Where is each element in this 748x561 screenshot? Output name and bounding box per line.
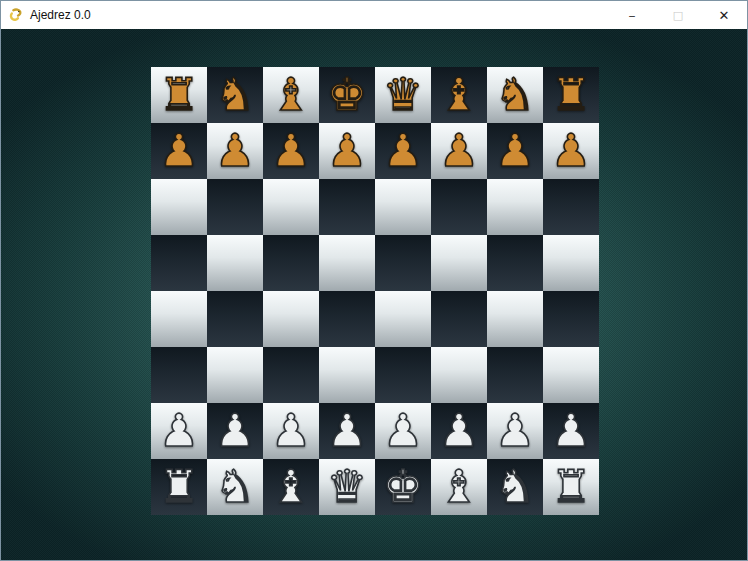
piece-black-pawn: ♟ <box>383 128 423 173</box>
piece-white-pawn: ♟ <box>271 408 311 453</box>
square-c7[interactable]: ♟ <box>263 123 319 179</box>
piece-white-knight: ♞ <box>215 464 255 509</box>
square-f8[interactable]: ♝ <box>431 67 487 123</box>
piece-white-king: ♚ <box>383 464 423 509</box>
square-a5[interactable] <box>151 235 207 291</box>
square-f5[interactable] <box>431 235 487 291</box>
square-d2[interactable]: ♟ <box>319 403 375 459</box>
piece-black-rook: ♜ <box>159 72 199 117</box>
square-g8[interactable]: ♞ <box>487 67 543 123</box>
piece-white-bishop: ♝ <box>439 464 479 509</box>
piece-white-pawn: ♟ <box>215 408 255 453</box>
square-e2[interactable]: ♟ <box>375 403 431 459</box>
square-a4[interactable] <box>151 291 207 347</box>
square-f6[interactable] <box>431 179 487 235</box>
piece-white-rook: ♜ <box>551 464 591 509</box>
close-button[interactable]: ✕ <box>701 1 747 29</box>
piece-black-pawn: ♟ <box>159 128 199 173</box>
square-h2[interactable]: ♟ <box>543 403 599 459</box>
piece-black-knight: ♞ <box>215 72 255 117</box>
square-c4[interactable] <box>263 291 319 347</box>
square-d5[interactable] <box>319 235 375 291</box>
square-h6[interactable] <box>543 179 599 235</box>
piece-black-pawn: ♟ <box>495 128 535 173</box>
piece-white-pawn: ♟ <box>439 408 479 453</box>
piece-black-pawn: ♟ <box>439 128 479 173</box>
square-e3[interactable] <box>375 347 431 403</box>
app-window: Ajedrez 0.0 – □ ✕ ♜♞♝♚♛♝♞♜♟♟♟♟♟♟♟♟♟♟♟♟♟♟… <box>0 0 748 561</box>
piece-white-knight: ♞ <box>495 464 535 509</box>
square-d3[interactable] <box>319 347 375 403</box>
piece-black-pawn: ♟ <box>271 128 311 173</box>
square-d6[interactable] <box>319 179 375 235</box>
square-e1[interactable]: ♚ <box>375 459 431 515</box>
square-g4[interactable] <box>487 291 543 347</box>
square-c3[interactable] <box>263 347 319 403</box>
square-g1[interactable]: ♞ <box>487 459 543 515</box>
square-b6[interactable] <box>207 179 263 235</box>
piece-white-pawn: ♟ <box>495 408 535 453</box>
piece-black-pawn: ♟ <box>551 128 591 173</box>
piece-black-bishop: ♝ <box>271 72 311 117</box>
square-f1[interactable]: ♝ <box>431 459 487 515</box>
square-a1[interactable]: ♜ <box>151 459 207 515</box>
square-f4[interactable] <box>431 291 487 347</box>
piece-black-pawn: ♟ <box>327 128 367 173</box>
square-f3[interactable] <box>431 347 487 403</box>
square-c2[interactable]: ♟ <box>263 403 319 459</box>
square-e4[interactable] <box>375 291 431 347</box>
square-c5[interactable] <box>263 235 319 291</box>
square-d7[interactable]: ♟ <box>319 123 375 179</box>
square-h3[interactable] <box>543 347 599 403</box>
maximize-button[interactable]: □ <box>655 1 701 29</box>
square-g5[interactable] <box>487 235 543 291</box>
square-b3[interactable] <box>207 347 263 403</box>
piece-black-knight: ♞ <box>495 72 535 117</box>
square-b1[interactable]: ♞ <box>207 459 263 515</box>
square-f2[interactable]: ♟ <box>431 403 487 459</box>
square-a8[interactable]: ♜ <box>151 67 207 123</box>
square-h5[interactable] <box>543 235 599 291</box>
square-a2[interactable]: ♟ <box>151 403 207 459</box>
titlebar: Ajedrez 0.0 – □ ✕ <box>1 1 747 29</box>
square-c8[interactable]: ♝ <box>263 67 319 123</box>
piece-white-pawn: ♟ <box>327 408 367 453</box>
square-d8[interactable]: ♚ <box>319 67 375 123</box>
square-e6[interactable] <box>375 179 431 235</box>
square-g2[interactable]: ♟ <box>487 403 543 459</box>
square-b8[interactable]: ♞ <box>207 67 263 123</box>
square-h4[interactable] <box>543 291 599 347</box>
square-h1[interactable]: ♜ <box>543 459 599 515</box>
square-d1[interactable]: ♛ <box>319 459 375 515</box>
square-a7[interactable]: ♟ <box>151 123 207 179</box>
piece-white-bishop: ♝ <box>271 464 311 509</box>
square-b7[interactable]: ♟ <box>207 123 263 179</box>
square-b4[interactable] <box>207 291 263 347</box>
square-e5[interactable] <box>375 235 431 291</box>
square-e8[interactable]: ♛ <box>375 67 431 123</box>
piece-black-queen: ♛ <box>383 72 423 117</box>
piece-black-king: ♚ <box>327 72 367 117</box>
square-g7[interactable]: ♟ <box>487 123 543 179</box>
piece-black-pawn: ♟ <box>215 128 255 173</box>
piece-white-pawn: ♟ <box>383 408 423 453</box>
piece-black-bishop: ♝ <box>439 72 479 117</box>
square-b5[interactable] <box>207 235 263 291</box>
square-d4[interactable] <box>319 291 375 347</box>
piece-white-pawn: ♟ <box>159 408 199 453</box>
minimize-button[interactable]: – <box>609 1 655 29</box>
square-e7[interactable]: ♟ <box>375 123 431 179</box>
window-title: Ajedrez 0.0 <box>30 8 91 22</box>
square-h7[interactable]: ♟ <box>543 123 599 179</box>
square-c1[interactable]: ♝ <box>263 459 319 515</box>
square-g3[interactable] <box>487 347 543 403</box>
square-a6[interactable] <box>151 179 207 235</box>
python-icon[interactable] <box>9 8 23 22</box>
game-area: ♜♞♝♚♛♝♞♜♟♟♟♟♟♟♟♟♟♟♟♟♟♟♟♟♜♞♝♛♚♝♞♜ <box>1 29 747 560</box>
square-f7[interactable]: ♟ <box>431 123 487 179</box>
piece-white-queen: ♛ <box>327 464 367 509</box>
chess-board: ♜♞♝♚♛♝♞♜♟♟♟♟♟♟♟♟♟♟♟♟♟♟♟♟♜♞♝♛♚♝♞♜ <box>151 67 599 515</box>
square-h8[interactable]: ♜ <box>543 67 599 123</box>
piece-white-rook: ♜ <box>159 464 199 509</box>
piece-white-pawn: ♟ <box>551 408 591 453</box>
square-b2[interactable]: ♟ <box>207 403 263 459</box>
piece-black-rook: ♜ <box>551 72 591 117</box>
square-a3[interactable] <box>151 347 207 403</box>
square-c6[interactable] <box>263 179 319 235</box>
square-g6[interactable] <box>487 179 543 235</box>
window-controls: – □ ✕ <box>609 1 747 29</box>
